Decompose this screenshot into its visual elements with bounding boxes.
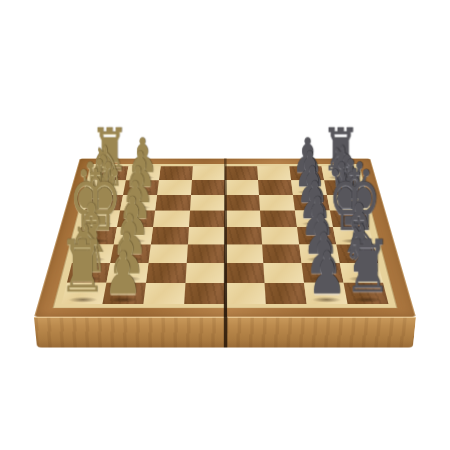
square-g3 [146,263,187,283]
square-a1: ♜ [93,166,129,180]
square-g7: ♟ [302,263,344,283]
piece-shadow [112,276,141,282]
white-rook-a1: ♜ [91,121,129,180]
board-top-face: ♜♟♟♜♞♟♟♞♝♟♟♝♛♟♟♛♚♟♟♚♝♟♟♝♞♟♟♞♜♟♟♜ [34,159,416,317]
square-h7: ♟ [304,283,348,304]
square-h6 [265,283,307,304]
square-a3 [159,166,193,180]
square-h4 [184,283,225,304]
square-e3 [151,227,189,244]
piece-shadow [301,221,328,226]
piece-shadow [90,205,116,209]
square-b5 [225,180,259,195]
square-c4 [190,195,225,211]
piece-shadow [82,239,110,244]
square-b6 [258,180,293,195]
piece-shadow [77,257,106,262]
square-a2: ♟ [126,166,161,180]
piece-shadow [340,239,368,244]
square-g8: ♞ [340,263,383,283]
square-c3 [155,195,191,211]
square-c8: ♝ [327,195,365,211]
piece-shadow [128,190,153,194]
piece-shadow [86,221,113,226]
square-f2: ♟ [110,244,151,263]
square-b3 [157,180,192,195]
piece-shadow [297,190,322,194]
chess-case: ♜♟♟♜♞♟♟♞♝♟♟♝♛♟♟♛♚♟♟♚♝♟♟♝♞♟♟♞♜♟♟♜ [34,159,416,317]
square-a5 [225,166,258,180]
square-f3 [148,244,187,263]
piece-shadow [108,297,138,303]
scene: ♜♟♟♜♞♟♟♞♝♟♟♝♛♟♟♛♚♟♟♚♝♟♟♝♞♟♟♞♜♟♟♜ [0,0,450,450]
square-g5 [225,263,265,283]
piece-shadow [337,221,364,226]
square-f1: ♝ [72,244,114,263]
square-h5 [225,283,266,304]
square-g2: ♟ [106,263,148,283]
square-h1: ♜ [62,283,107,304]
piece-shadow [328,176,353,180]
piece-shadow [131,176,155,180]
piece-shadow [331,190,356,194]
product-photo-chess-set: ♜♟♟♜♞♟♟♞♝♟♟♝♛♟♟♛♚♟♟♚♝♟♟♝♞♟♟♞♜♟♟♜ [0,0,450,450]
square-c1: ♝ [85,195,123,211]
square-c5 [225,195,260,211]
black-pawn-a7: ♟ [292,132,323,180]
square-f4 [187,244,225,263]
square-e1: ♚ [77,227,117,244]
case-front-face [34,317,416,348]
piece-shadow [94,190,119,194]
piece-shadow [119,239,146,244]
square-g6 [263,263,304,283]
square-a6 [257,166,291,180]
square-a8: ♜ [322,166,358,180]
square-h3 [143,283,185,304]
square-b7: ♟ [291,180,327,195]
square-e5 [225,227,262,244]
square-b1: ♞ [89,180,126,195]
piece-shadow [348,276,378,282]
square-c7: ♟ [293,195,330,211]
square-f8: ♝ [336,244,378,263]
piece-shadow [306,257,334,262]
square-h8: ♜ [344,283,389,304]
piece-shadow [334,205,360,209]
piece-shadow [125,205,151,209]
piece-shadow [311,297,341,303]
piece-shadow [98,176,123,180]
piece-shadow [352,297,383,303]
square-g4 [185,263,225,283]
square-h2: ♟ [102,283,146,304]
square-c6 [259,195,295,211]
square-c2: ♟ [120,195,157,211]
white-pawn-g2: ♟ [108,225,145,282]
square-e7: ♟ [297,227,336,244]
piece-shadow [299,205,325,209]
square-b4 [191,180,225,195]
square-b2: ♟ [123,180,159,195]
piece-shadow [73,276,103,282]
square-f7: ♟ [299,244,340,263]
square-e8: ♚ [333,227,373,244]
piece-shadow [122,221,149,226]
fold-seam-front [223,317,226,348]
white-pawn-a2: ♟ [127,132,158,180]
piece-shadow [295,176,319,180]
black-pawn-g7: ♟ [305,225,342,282]
square-b8: ♞ [324,180,361,195]
black-rook-a8: ♜ [322,121,360,180]
square-f5 [225,244,263,263]
square-g1: ♞ [67,263,110,283]
piece-shadow [309,276,338,282]
square-e4 [188,227,225,244]
square-a4 [192,166,225,180]
square-f6 [262,244,301,263]
piece-shadow [68,297,99,303]
piece-shadow [116,257,144,262]
piece-shadow [304,239,331,244]
square-e2: ♟ [114,227,153,244]
piece-shadow [344,257,373,262]
square-a7: ♟ [289,166,324,180]
square-e6 [261,227,299,244]
